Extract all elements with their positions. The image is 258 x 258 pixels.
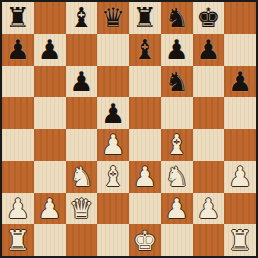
- square-g7[interactable]: ♟: [193, 34, 225, 66]
- square-c5[interactable]: [66, 97, 98, 129]
- chess-board-frame: ♜♝♛♜♞♚♟♟♝♟♟♟♞♟♟♟♝♞♝♟♞♟♟♟♛♟♟♜♚♜: [0, 0, 258, 258]
- square-c8[interactable]: ♝: [66, 2, 98, 34]
- square-c2[interactable]: ♛: [66, 193, 98, 225]
- square-a3[interactable]: [2, 161, 34, 193]
- square-g6[interactable]: [193, 66, 225, 98]
- chess-board: ♜♝♛♜♞♚♟♟♝♟♟♟♞♟♟♟♝♞♝♟♞♟♟♟♛♟♟♜♚♜: [2, 2, 256, 256]
- square-b5[interactable]: [34, 97, 66, 129]
- piece-black-pawn[interactable]: ♟: [69, 68, 93, 95]
- square-h4[interactable]: [224, 129, 256, 161]
- square-a5[interactable]: [2, 97, 34, 129]
- square-h5[interactable]: [224, 97, 256, 129]
- square-g2[interactable]: ♟: [193, 193, 225, 225]
- square-c3[interactable]: ♞: [66, 161, 98, 193]
- square-f1[interactable]: [161, 224, 193, 256]
- piece-black-pawn[interactable]: ♟: [38, 36, 62, 63]
- square-e8[interactable]: ♜: [129, 2, 161, 34]
- piece-black-knight[interactable]: ♞: [165, 4, 189, 31]
- square-f5[interactable]: [161, 97, 193, 129]
- square-f7[interactable]: ♟: [161, 34, 193, 66]
- square-f6[interactable]: ♞: [161, 66, 193, 98]
- square-d7[interactable]: [97, 34, 129, 66]
- piece-black-pawn[interactable]: ♟: [165, 36, 189, 63]
- square-g3[interactable]: [193, 161, 225, 193]
- square-e7[interactable]: ♝: [129, 34, 161, 66]
- piece-black-pawn[interactable]: ♟: [196, 36, 220, 63]
- square-c6[interactable]: ♟: [66, 66, 98, 98]
- square-b8[interactable]: [34, 2, 66, 34]
- piece-black-rook[interactable]: ♜: [6, 4, 30, 31]
- square-c1[interactable]: [66, 224, 98, 256]
- piece-white-pawn[interactable]: ♟: [101, 131, 125, 158]
- square-f2[interactable]: ♟: [161, 193, 193, 225]
- square-h7[interactable]: [224, 34, 256, 66]
- square-h3[interactable]: ♟: [224, 161, 256, 193]
- square-g1[interactable]: [193, 224, 225, 256]
- square-d4[interactable]: ♟: [97, 129, 129, 161]
- square-e1[interactable]: ♚: [129, 224, 161, 256]
- piece-white-pawn[interactable]: ♟: [196, 195, 220, 222]
- square-a2[interactable]: ♟: [2, 193, 34, 225]
- square-a8[interactable]: ♜: [2, 2, 34, 34]
- square-e2[interactable]: [129, 193, 161, 225]
- square-g5[interactable]: [193, 97, 225, 129]
- square-c4[interactable]: [66, 129, 98, 161]
- square-d5[interactable]: ♟: [97, 97, 129, 129]
- piece-white-pawn[interactable]: ♟: [165, 195, 189, 222]
- square-b7[interactable]: ♟: [34, 34, 66, 66]
- piece-white-pawn[interactable]: ♟: [228, 163, 252, 190]
- piece-black-pawn[interactable]: ♟: [101, 100, 125, 127]
- square-h1[interactable]: ♜: [224, 224, 256, 256]
- square-d1[interactable]: [97, 224, 129, 256]
- piece-white-knight[interactable]: ♞: [165, 163, 189, 190]
- square-e6[interactable]: [129, 66, 161, 98]
- square-b1[interactable]: [34, 224, 66, 256]
- piece-black-bishop[interactable]: ♝: [69, 4, 93, 31]
- square-f8[interactable]: ♞: [161, 2, 193, 34]
- square-d3[interactable]: ♝: [97, 161, 129, 193]
- square-b2[interactable]: ♟: [34, 193, 66, 225]
- square-b4[interactable]: [34, 129, 66, 161]
- square-h2[interactable]: [224, 193, 256, 225]
- square-h6[interactable]: ♟: [224, 66, 256, 98]
- square-g8[interactable]: ♚: [193, 2, 225, 34]
- piece-white-pawn[interactable]: ♟: [6, 195, 30, 222]
- square-a4[interactable]: [2, 129, 34, 161]
- piece-black-queen[interactable]: ♛: [101, 4, 125, 31]
- piece-white-queen[interactable]: ♛: [69, 195, 93, 222]
- piece-black-knight[interactable]: ♞: [165, 68, 189, 95]
- square-b3[interactable]: [34, 161, 66, 193]
- piece-white-king[interactable]: ♚: [133, 227, 157, 254]
- square-a7[interactable]: ♟: [2, 34, 34, 66]
- piece-black-bishop[interactable]: ♝: [133, 36, 157, 63]
- piece-white-bishop[interactable]: ♝: [165, 131, 189, 158]
- square-c7[interactable]: [66, 34, 98, 66]
- square-e4[interactable]: [129, 129, 161, 161]
- piece-white-bishop[interactable]: ♝: [101, 163, 125, 190]
- square-a1[interactable]: ♜: [2, 224, 34, 256]
- piece-white-rook[interactable]: ♜: [6, 227, 30, 254]
- square-d2[interactable]: [97, 193, 129, 225]
- piece-white-pawn[interactable]: ♟: [38, 195, 62, 222]
- square-h8[interactable]: [224, 2, 256, 34]
- square-b6[interactable]: [34, 66, 66, 98]
- piece-black-king[interactable]: ♚: [196, 4, 220, 31]
- square-e3[interactable]: ♟: [129, 161, 161, 193]
- piece-white-pawn[interactable]: ♟: [133, 163, 157, 190]
- square-d8[interactable]: ♛: [97, 2, 129, 34]
- square-a6[interactable]: [2, 66, 34, 98]
- square-g4[interactable]: [193, 129, 225, 161]
- piece-black-pawn[interactable]: ♟: [6, 36, 30, 63]
- square-d6[interactable]: [97, 66, 129, 98]
- piece-black-pawn[interactable]: ♟: [228, 68, 252, 95]
- square-f3[interactable]: ♞: [161, 161, 193, 193]
- piece-black-rook[interactable]: ♜: [133, 4, 157, 31]
- piece-white-rook[interactable]: ♜: [228, 227, 252, 254]
- square-e5[interactable]: [129, 97, 161, 129]
- square-f4[interactable]: ♝: [161, 129, 193, 161]
- piece-white-knight[interactable]: ♞: [69, 163, 93, 190]
